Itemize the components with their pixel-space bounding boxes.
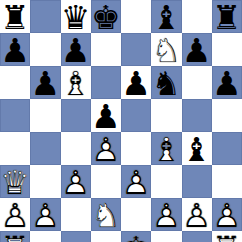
square-d7[interactable]	[91, 33, 121, 66]
square-e4[interactable]	[121, 132, 151, 165]
piece-fill-glyph: ♟	[182, 34, 212, 67]
square-b5[interactable]	[30, 99, 60, 132]
square-d5[interactable]: ♟	[91, 99, 121, 132]
piece-fill-glyph: ♜	[212, 1, 242, 34]
white-queen-piece[interactable]: ♛♕	[0, 166, 30, 199]
square-a5[interactable]	[0, 99, 30, 132]
square-f7[interactable]: ♞♘	[151, 33, 181, 66]
square-e3[interactable]: ♟♙	[121, 165, 151, 198]
piece-fill-glyph: ♟	[61, 34, 91, 67]
black-pawn-piece[interactable]: ♟	[31, 67, 61, 100]
chess-board: ♜♛♚♝♜♟♟♞♘♟♟♝♗♟♞♟♟♟♙♝♗♝♛♕♟♙♟♙♟♙♟♙♞♘♟♙♟♙♟♙…	[0, 0, 242, 242]
black-pawn-piece[interactable]: ♟	[212, 67, 242, 100]
square-d8[interactable]: ♚	[91, 0, 121, 33]
white-pawn-piece[interactable]: ♟♙	[152, 199, 182, 232]
square-c8[interactable]: ♛	[61, 0, 91, 33]
piece-outline-glyph: ♙	[121, 166, 151, 199]
white-pawn-piece[interactable]: ♟♙	[121, 166, 151, 199]
piece-fill-glyph: ♜	[0, 1, 30, 34]
square-f8[interactable]: ♝	[151, 0, 181, 33]
square-f3[interactable]	[151, 165, 181, 198]
square-f5[interactable]	[151, 99, 181, 132]
white-knight-piece[interactable]: ♞♘	[152, 34, 182, 67]
piece-outline-glyph: ♙	[0, 199, 30, 232]
piece-outline-glyph: ♙	[61, 166, 91, 199]
square-c6[interactable]: ♝♗	[61, 66, 91, 99]
square-d2[interactable]: ♞♘	[91, 198, 121, 231]
square-h7[interactable]	[212, 33, 242, 66]
white-bishop-piece[interactable]: ♝♗	[152, 133, 182, 166]
square-c5[interactable]	[61, 99, 91, 132]
square-a4[interactable]	[0, 132, 30, 165]
square-h4[interactable]	[212, 132, 242, 165]
piece-outline-glyph: ♘	[152, 34, 182, 67]
black-pawn-piece[interactable]: ♟	[61, 34, 91, 67]
black-pawn-piece[interactable]: ♟	[182, 34, 212, 67]
square-a2[interactable]: ♟♙	[0, 198, 30, 231]
square-g8[interactable]	[182, 0, 212, 33]
piece-outline-glyph: ♔	[121, 232, 151, 242]
square-h2[interactable]: ♟♙	[212, 198, 242, 231]
piece-fill-glyph: ♟	[121, 67, 151, 100]
piece-outline-glyph: ♙	[152, 199, 182, 232]
square-e8[interactable]	[121, 0, 151, 33]
black-rook-piece[interactable]: ♜	[212, 1, 242, 34]
white-rook-piece[interactable]: ♜♖	[212, 232, 242, 242]
black-rook-piece[interactable]: ♜	[0, 1, 30, 34]
square-b7[interactable]	[30, 33, 60, 66]
black-pawn-piece[interactable]: ♟	[91, 100, 121, 133]
black-pawn-piece[interactable]: ♟	[121, 67, 151, 100]
white-pawn-piece[interactable]: ♟♙	[0, 199, 30, 232]
piece-outline-glyph: ♙	[212, 199, 242, 232]
black-knight-piece[interactable]: ♞	[152, 67, 182, 100]
square-a8[interactable]: ♜	[0, 0, 30, 33]
square-h5[interactable]	[212, 99, 242, 132]
square-g6[interactable]	[182, 66, 212, 99]
white-pawn-piece[interactable]: ♟♙	[91, 133, 121, 166]
black-king-piece[interactable]: ♚	[91, 1, 121, 34]
piece-outline-glyph: ♗	[152, 133, 182, 166]
square-c7[interactable]: ♟	[61, 33, 91, 66]
piece-fill-glyph: ♚	[91, 1, 121, 34]
piece-outline-glyph: ♙	[91, 133, 121, 166]
square-c4[interactable]	[61, 132, 91, 165]
square-h1[interactable]: ♜♖	[212, 231, 242, 242]
square-e2[interactable]	[121, 198, 151, 231]
piece-outline-glyph: ♖	[0, 232, 30, 242]
square-g4[interactable]: ♝	[182, 132, 212, 165]
piece-fill-glyph: ♞	[152, 67, 182, 100]
black-bishop-piece[interactable]: ♝	[182, 133, 212, 166]
white-knight-piece[interactable]: ♞♘	[91, 199, 121, 232]
piece-fill-glyph: ♛	[61, 1, 91, 34]
square-c2[interactable]	[61, 198, 91, 231]
white-king-piece[interactable]: ♚♔	[121, 232, 151, 242]
square-f6[interactable]: ♞	[151, 66, 181, 99]
square-g7[interactable]: ♟	[182, 33, 212, 66]
square-f4[interactable]: ♝♗	[151, 132, 181, 165]
piece-fill-glyph: ♟	[91, 100, 121, 133]
square-e7[interactable]	[121, 33, 151, 66]
white-pawn-piece[interactable]: ♟♙	[31, 199, 61, 232]
white-bishop-piece[interactable]: ♝♗	[61, 67, 91, 100]
square-a6[interactable]	[0, 66, 30, 99]
square-h8[interactable]: ♜	[212, 0, 242, 33]
square-b3[interactable]	[30, 165, 60, 198]
piece-fill-glyph: ♝	[182, 133, 212, 166]
square-e1[interactable]: ♚♔	[121, 231, 151, 242]
square-d6[interactable]	[91, 66, 121, 99]
square-d4[interactable]: ♟♙	[91, 132, 121, 165]
square-e5[interactable]	[121, 99, 151, 132]
white-pawn-piece[interactable]: ♟♙	[212, 199, 242, 232]
square-b2[interactable]: ♟♙	[30, 198, 60, 231]
square-g3[interactable]	[182, 165, 212, 198]
piece-outline-glyph: ♗	[61, 67, 91, 100]
square-a7[interactable]: ♟	[0, 33, 30, 66]
square-g5[interactable]	[182, 99, 212, 132]
square-b4[interactable]	[30, 132, 60, 165]
piece-outline-glyph: ♙	[182, 199, 212, 232]
square-f2[interactable]: ♟♙	[151, 198, 181, 231]
black-bishop-piece[interactable]: ♝	[152, 1, 182, 34]
square-e6[interactable]: ♟	[121, 66, 151, 99]
square-a3[interactable]: ♛♕	[0, 165, 30, 198]
white-pawn-piece[interactable]: ♟♙	[61, 166, 91, 199]
square-c3[interactable]: ♟♙	[61, 165, 91, 198]
piece-outline-glyph: ♙	[31, 199, 61, 232]
white-rook-piece[interactable]: ♜♖	[0, 232, 30, 242]
piece-outline-glyph: ♘	[91, 199, 121, 232]
square-b8[interactable]	[30, 0, 60, 33]
piece-outline-glyph: ♖	[212, 232, 242, 242]
square-d3[interactable]	[91, 165, 121, 198]
square-g2[interactable]: ♟♙	[182, 198, 212, 231]
square-a1[interactable]: ♜♖	[0, 231, 30, 242]
piece-fill-glyph: ♟	[0, 34, 30, 67]
piece-outline-glyph: ♕	[0, 166, 30, 199]
piece-fill-glyph: ♟	[31, 67, 61, 100]
square-b6[interactable]: ♟	[30, 66, 60, 99]
black-pawn-piece[interactable]: ♟	[0, 34, 30, 67]
white-pawn-piece[interactable]: ♟♙	[182, 199, 212, 232]
square-c1[interactable]	[61, 231, 91, 242]
piece-fill-glyph: ♟	[212, 67, 242, 100]
square-h3[interactable]	[212, 165, 242, 198]
black-queen-piece[interactable]: ♛	[61, 1, 91, 34]
piece-fill-glyph: ♝	[152, 1, 182, 34]
square-h6[interactable]: ♟	[212, 66, 242, 99]
